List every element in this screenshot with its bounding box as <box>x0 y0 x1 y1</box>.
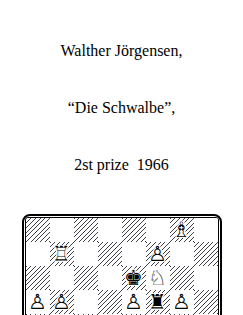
square-d8[interactable] <box>98 218 122 242</box>
square-e8[interactable] <box>122 218 146 242</box>
square-b8[interactable] <box>50 218 74 242</box>
problem-header: Walther Jörgensen, “Die Schwalbe”, 2st p… <box>0 0 243 193</box>
square-e7[interactable] <box>122 242 146 266</box>
black-rook: ♜♜ <box>146 290 170 314</box>
black-king: ♚♚ <box>122 266 146 290</box>
white-bishop: ♝♗ <box>170 218 194 242</box>
square-h7[interactable] <box>194 242 218 266</box>
square-g8[interactable]: ♝♗ <box>170 218 194 242</box>
source-line: “Die Schwalbe”, <box>0 98 243 117</box>
white-pawn: ♟♙ <box>26 290 50 314</box>
chessboard: ♝♗♜♖♟♙♚♚♞♘♟♙♟♙♟♙♜♜♟♙♟♙♟♟♟♟♟♙♝♗♜♜♞♞♚♔ <box>26 218 218 315</box>
white-pawn: ♟♙ <box>50 290 74 314</box>
square-c8[interactable] <box>74 218 98 242</box>
square-d7[interactable] <box>98 242 122 266</box>
square-c5[interactable] <box>74 290 98 314</box>
square-b5[interactable]: ♟♙ <box>50 290 74 314</box>
square-e6[interactable]: ♚♚ <box>122 266 146 290</box>
square-c7[interactable] <box>74 242 98 266</box>
board-outer-border: ♝♗♜♖♟♙♚♚♞♘♟♙♟♙♟♙♜♜♟♙♟♙♟♟♟♟♟♙♝♗♜♜♞♞♚♔ <box>22 214 222 315</box>
author-line: Walther Jörgensen, <box>0 41 243 60</box>
square-c6[interactable] <box>74 266 98 290</box>
board-inner-border: ♝♗♜♖♟♙♚♚♞♘♟♙♟♙♟♙♜♜♟♙♟♙♟♟♟♟♟♙♝♗♜♜♞♞♚♔ <box>25 217 219 315</box>
square-h5[interactable] <box>194 290 218 314</box>
square-a6[interactable] <box>26 266 50 290</box>
square-e5[interactable]: ♟♙ <box>122 290 146 314</box>
white-knight: ♞♘ <box>146 266 170 290</box>
white-pawn: ♟♙ <box>146 242 170 266</box>
square-h6[interactable] <box>194 266 218 290</box>
square-f6[interactable]: ♞♘ <box>146 266 170 290</box>
prize-line: 2st prize 1966 <box>0 155 243 174</box>
square-a7[interactable] <box>26 242 50 266</box>
white-rook: ♜♖ <box>50 242 74 266</box>
square-b6[interactable] <box>50 266 74 290</box>
square-f8[interactable] <box>146 218 170 242</box>
square-a8[interactable] <box>26 218 50 242</box>
square-h8[interactable] <box>194 218 218 242</box>
square-g6[interactable] <box>170 266 194 290</box>
white-pawn: ♟♙ <box>170 290 194 314</box>
square-d6[interactable] <box>98 266 122 290</box>
square-g7[interactable] <box>170 242 194 266</box>
white-pawn: ♟♙ <box>122 290 146 314</box>
square-f7[interactable]: ♟♙ <box>146 242 170 266</box>
square-g5[interactable]: ♟♙ <box>170 290 194 314</box>
square-a5[interactable]: ♟♙ <box>26 290 50 314</box>
square-f5[interactable]: ♜♜ <box>146 290 170 314</box>
square-b7[interactable]: ♜♖ <box>50 242 74 266</box>
square-d5[interactable] <box>98 290 122 314</box>
chessboard-wrap: ♝♗♜♖♟♙♚♚♞♘♟♙♟♙♟♙♜♜♟♙♟♙♟♟♟♟♟♙♝♗♜♜♞♞♚♔ <box>22 214 222 315</box>
